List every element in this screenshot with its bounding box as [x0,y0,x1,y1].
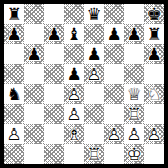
square-g4[interactable]: ♛♕ [124,84,144,104]
square-c8[interactable] [44,4,64,24]
white-queen-icon: ♕ [124,84,144,104]
piece-black-pawn-f7: ♟ [104,24,124,44]
square-d4[interactable]: ♟♙ [64,84,84,104]
square-b7[interactable] [24,24,44,44]
square-a2[interactable]: ♟♙ [4,124,24,144]
black-pawn-icon: ♟ [124,24,144,44]
black-pawn-icon: ♟ [44,24,64,44]
square-g1[interactable]: ♚♔ [124,144,144,164]
piece-white-queen-g4: ♛♕ [124,84,144,104]
square-b1[interactable] [24,144,44,164]
square-e2[interactable] [84,124,104,144]
square-h4[interactable]: ♞♘ [144,84,164,104]
square-h3[interactable] [144,104,164,124]
square-g7[interactable]: ♟ [124,24,144,44]
piece-white-king-g1: ♚♔ [124,144,144,164]
black-pawn-icon: ♟ [24,44,44,64]
piece-black-pawn-c7: ♟ [44,24,64,44]
black-queen-icon: ♛ [84,4,104,24]
square-c4[interactable] [44,84,64,104]
piece-white-pawn-d4: ♟♙ [64,84,84,104]
square-h1[interactable] [144,144,164,164]
piece-black-bishop-d7: ♝ [64,24,84,44]
piece-black-king-h8: ♚ [144,4,164,24]
square-g3[interactable]: ♜♖ [124,104,144,124]
black-pawn-icon: ♟ [4,24,24,44]
white-pawn-icon: ♙ [64,84,84,104]
white-king-icon: ♔ [124,144,144,164]
square-a7[interactable]: ♟ [4,24,24,44]
square-h8[interactable]: ♚ [144,4,164,24]
square-f4[interactable] [104,84,124,104]
square-h6[interactable]: ♟ [144,44,164,64]
white-pawn-icon: ♙ [84,64,104,84]
white-pawn-icon: ♙ [124,124,144,144]
square-c2[interactable] [44,124,64,144]
square-f7[interactable]: ♟ [104,24,124,44]
piece-white-pawn-e5: ♟♙ [84,64,104,84]
piece-black-knight-a4: ♞ [4,84,24,104]
piece-black-pawn-b6: ♟ [24,44,44,64]
piece-white-pawn-h2: ♟♙ [144,124,164,144]
piece-black-pawn-e6: ♟ [84,44,104,64]
square-c5[interactable] [44,64,64,84]
white-pawn-icon: ♙ [104,124,124,144]
square-d6[interactable] [64,44,84,64]
square-b4[interactable] [24,84,44,104]
piece-white-rook-e1: ♜♖ [84,144,104,164]
square-e3[interactable] [84,104,104,124]
piece-white-rook-g3: ♜♖ [124,104,144,124]
square-f1[interactable] [104,144,124,164]
square-h7[interactable]: ♜ [144,24,164,44]
square-g5[interactable] [124,64,144,84]
black-rook-icon: ♜ [4,4,24,24]
square-f6[interactable] [104,44,124,64]
piece-white-knight-h4: ♞♘ [144,84,164,104]
square-d2[interactable]: ♝♗ [64,124,84,144]
black-king-icon: ♚ [144,4,164,24]
square-g8[interactable] [124,4,144,24]
square-a8[interactable]: ♜ [4,4,24,24]
square-a5[interactable] [4,64,24,84]
square-e8[interactable]: ♛ [84,4,104,24]
piece-white-pawn-f2: ♟♙ [104,124,124,144]
piece-black-queen-e8: ♛ [84,4,104,24]
piece-black-rook-a8: ♜ [4,4,24,24]
square-h5[interactable] [144,64,164,84]
square-d5[interactable]: ♟ [64,64,84,84]
piece-black-rook-h7: ♜ [144,24,164,44]
square-e6[interactable]: ♟ [84,44,104,64]
black-knight-icon: ♞ [4,84,24,104]
square-c6[interactable] [44,44,64,64]
piece-white-pawn-d3: ♟♙ [64,104,84,124]
square-e1[interactable]: ♜♖ [84,144,104,164]
white-rook-icon: ♖ [84,144,104,164]
square-d1[interactable] [64,144,84,164]
square-a3[interactable] [4,104,24,124]
white-bishop-icon: ♗ [64,124,84,144]
square-e7[interactable] [84,24,104,44]
square-c1[interactable] [44,144,64,164]
square-f3[interactable] [104,104,124,124]
piece-black-pawn-d5: ♟ [64,64,84,84]
square-g6[interactable] [124,44,144,64]
square-d3[interactable]: ♟♙ [64,104,84,124]
square-f8[interactable] [104,4,124,24]
white-pawn-icon: ♙ [4,124,24,144]
square-f2[interactable]: ♟♙ [104,124,124,144]
piece-white-pawn-g2: ♟♙ [124,124,144,144]
black-pawn-icon: ♟ [84,44,104,64]
square-a4[interactable]: ♞ [4,84,24,104]
piece-white-bishop-d2: ♝♗ [64,124,84,144]
square-d7[interactable]: ♝ [64,24,84,44]
piece-black-pawn-g7: ♟ [124,24,144,44]
piece-black-pawn-h6: ♟ [144,44,164,64]
square-c3[interactable] [44,104,64,124]
square-e5[interactable]: ♟♙ [84,64,104,84]
black-pawn-icon: ♟ [64,64,84,84]
black-pawn-icon: ♟ [104,24,124,44]
black-bishop-icon: ♝ [64,24,84,44]
piece-white-pawn-a2: ♟♙ [4,124,24,144]
square-h2[interactable]: ♟♙ [144,124,164,144]
square-e4[interactable] [84,84,104,104]
square-g2[interactable]: ♟♙ [124,124,144,144]
piece-black-pawn-a7: ♟ [4,24,24,44]
square-a1[interactable] [4,144,24,164]
square-d8[interactable] [64,4,84,24]
white-knight-icon: ♘ [144,84,164,104]
square-a6[interactable] [4,44,24,64]
square-b3[interactable] [24,104,44,124]
white-pawn-icon: ♙ [144,124,164,144]
black-rook-icon: ♜ [144,24,164,44]
chess-board-frame: ♜♛♚♟♟♝♟♟♜♟♟♟♟♟♙♞♟♙♛♕♞♘♟♙♜♖♟♙♝♗♟♙♟♙♟♙♜♖♚♔ [0,0,168,168]
square-f5[interactable] [104,64,124,84]
square-b2[interactable] [24,124,44,144]
square-b8[interactable] [24,4,44,24]
square-c7[interactable]: ♟ [44,24,64,44]
white-rook-icon: ♖ [124,104,144,124]
white-pawn-icon: ♙ [64,104,84,124]
square-b5[interactable] [24,64,44,84]
square-b6[interactable]: ♟ [24,44,44,64]
chess-board: ♜♛♚♟♟♝♟♟♜♟♟♟♟♟♙♞♟♙♛♕♞♘♟♙♜♖♟♙♝♗♟♙♟♙♟♙♜♖♚♔ [4,4,164,164]
black-pawn-icon: ♟ [144,44,164,64]
